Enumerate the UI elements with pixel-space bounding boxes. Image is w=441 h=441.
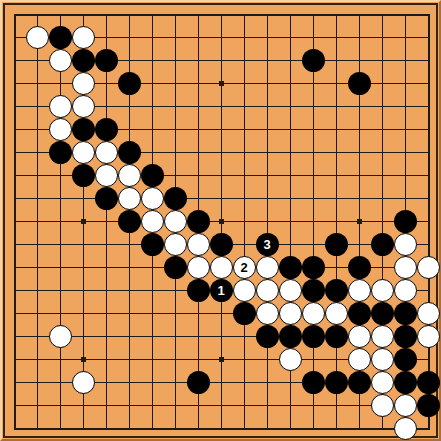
intersection-5-8[interactable]	[95, 164, 118, 187]
intersection-14-14[interactable]	[302, 302, 325, 325]
intersection-19-12[interactable]	[417, 256, 440, 279]
intersection-5-18[interactable]	[95, 394, 118, 417]
intersection-13-5[interactable]	[279, 95, 302, 118]
intersection-4-11[interactable]	[72, 233, 95, 256]
intersection-14-2[interactable]	[302, 26, 325, 49]
intersection-9-7[interactable]	[187, 141, 210, 164]
intersection-4-18[interactable]	[72, 394, 95, 417]
intersection-11-1[interactable]	[233, 3, 256, 26]
intersection-17-6[interactable]	[371, 118, 394, 141]
intersection-9-8[interactable]	[187, 164, 210, 187]
intersection-5-9[interactable]	[95, 187, 118, 210]
intersection-14-4[interactable]	[302, 72, 325, 95]
intersection-11-11[interactable]	[233, 233, 256, 256]
intersection-10-8[interactable]	[210, 164, 233, 187]
intersection-8-17[interactable]	[164, 371, 187, 394]
intersection-11-13[interactable]	[233, 279, 256, 302]
intersection-6-1[interactable]	[118, 3, 141, 26]
intersection-7-16[interactable]	[141, 348, 164, 371]
intersection-5-11[interactable]	[95, 233, 118, 256]
intersection-15-18[interactable]	[325, 394, 348, 417]
intersection-12-18[interactable]	[256, 394, 279, 417]
intersection-15-3[interactable]	[325, 49, 348, 72]
intersection-18-10[interactable]	[394, 210, 417, 233]
intersection-4-19[interactable]	[72, 417, 95, 440]
intersection-8-5[interactable]	[164, 95, 187, 118]
intersection-8-3[interactable]	[164, 49, 187, 72]
intersection-19-3[interactable]	[417, 49, 440, 72]
intersection-8-11[interactable]	[164, 233, 187, 256]
intersection-11-17[interactable]	[233, 371, 256, 394]
intersection-5-4[interactable]	[95, 72, 118, 95]
intersection-1-1[interactable]	[3, 3, 26, 26]
intersection-13-19[interactable]	[279, 417, 302, 440]
intersection-16-14[interactable]	[348, 302, 371, 325]
intersection-18-19[interactable]	[394, 417, 417, 440]
intersection-6-2[interactable]	[118, 26, 141, 49]
intersection-3-15[interactable]	[49, 325, 72, 348]
intersection-7-17[interactable]	[141, 371, 164, 394]
intersection-10-3[interactable]	[210, 49, 233, 72]
intersection-4-6[interactable]	[72, 118, 95, 141]
intersection-11-19[interactable]	[233, 417, 256, 440]
intersection-18-3[interactable]	[394, 49, 417, 72]
intersection-19-8[interactable]	[417, 164, 440, 187]
intersection-2-2[interactable]	[26, 26, 49, 49]
intersection-8-6[interactable]	[164, 118, 187, 141]
intersection-8-1[interactable]	[164, 3, 187, 26]
intersection-1-4[interactable]	[3, 72, 26, 95]
intersection-12-1[interactable]	[256, 3, 279, 26]
intersection-16-19[interactable]	[348, 417, 371, 440]
intersection-10-17[interactable]	[210, 371, 233, 394]
intersection-17-16[interactable]	[371, 348, 394, 371]
intersection-2-3[interactable]	[26, 49, 49, 72]
intersection-11-14[interactable]	[233, 302, 256, 325]
intersection-6-9[interactable]	[118, 187, 141, 210]
intersection-4-8[interactable]	[72, 164, 95, 187]
intersection-3-5[interactable]	[49, 95, 72, 118]
intersection-7-6[interactable]	[141, 118, 164, 141]
intersection-16-4[interactable]	[348, 72, 371, 95]
intersection-18-16[interactable]	[394, 348, 417, 371]
intersection-1-8[interactable]	[3, 164, 26, 187]
intersection-19-15[interactable]	[417, 325, 440, 348]
intersection-17-17[interactable]	[371, 371, 394, 394]
intersection-4-13[interactable]	[72, 279, 95, 302]
intersection-3-3[interactable]	[49, 49, 72, 72]
intersection-10-15[interactable]	[210, 325, 233, 348]
intersection-13-2[interactable]	[279, 26, 302, 49]
intersection-3-12[interactable]	[49, 256, 72, 279]
intersection-18-8[interactable]	[394, 164, 417, 187]
intersection-5-14[interactable]	[95, 302, 118, 325]
intersection-4-17[interactable]	[72, 371, 95, 394]
intersection-5-16[interactable]	[95, 348, 118, 371]
intersection-14-18[interactable]	[302, 394, 325, 417]
intersection-8-7[interactable]	[164, 141, 187, 164]
intersection-4-16[interactable]	[72, 348, 95, 371]
intersection-18-7[interactable]	[394, 141, 417, 164]
intersection-7-15[interactable]	[141, 325, 164, 348]
intersection-4-1[interactable]	[72, 3, 95, 26]
intersection-9-4[interactable]	[187, 72, 210, 95]
intersection-19-2[interactable]	[417, 26, 440, 49]
intersection-11-8[interactable]	[233, 164, 256, 187]
intersection-18-15[interactable]	[394, 325, 417, 348]
intersection-10-19[interactable]	[210, 417, 233, 440]
intersection-10-2[interactable]	[210, 26, 233, 49]
intersection-7-13[interactable]	[141, 279, 164, 302]
intersection-15-12[interactable]	[325, 256, 348, 279]
intersection-8-16[interactable]	[164, 348, 187, 371]
intersection-7-7[interactable]	[141, 141, 164, 164]
intersection-7-14[interactable]	[141, 302, 164, 325]
intersection-7-4[interactable]	[141, 72, 164, 95]
intersection-5-17[interactable]	[95, 371, 118, 394]
intersection-17-8[interactable]	[371, 164, 394, 187]
intersection-2-11[interactable]	[26, 233, 49, 256]
intersection-2-9[interactable]	[26, 187, 49, 210]
intersection-14-9[interactable]	[302, 187, 325, 210]
intersection-13-9[interactable]	[279, 187, 302, 210]
intersection-10-5[interactable]	[210, 95, 233, 118]
intersection-19-11[interactable]	[417, 233, 440, 256]
intersection-7-12[interactable]	[141, 256, 164, 279]
intersection-10-6[interactable]	[210, 118, 233, 141]
intersection-13-13[interactable]	[279, 279, 302, 302]
intersection-3-7[interactable]	[49, 141, 72, 164]
intersection-18-2[interactable]	[394, 26, 417, 49]
intersection-17-11[interactable]	[371, 233, 394, 256]
intersection-3-13[interactable]	[49, 279, 72, 302]
intersection-3-1[interactable]	[49, 3, 72, 26]
intersection-15-17[interactable]	[325, 371, 348, 394]
intersection-9-16[interactable]	[187, 348, 210, 371]
intersection-17-7[interactable]	[371, 141, 394, 164]
intersection-15-13[interactable]	[325, 279, 348, 302]
intersection-4-7[interactable]	[72, 141, 95, 164]
intersection-17-3[interactable]	[371, 49, 394, 72]
intersection-19-10[interactable]	[417, 210, 440, 233]
intersection-4-5[interactable]	[72, 95, 95, 118]
intersection-9-2[interactable]	[187, 26, 210, 49]
intersection-2-19[interactable]	[26, 417, 49, 440]
intersection-19-4[interactable]	[417, 72, 440, 95]
intersection-16-7[interactable]	[348, 141, 371, 164]
intersection-19-19[interactable]	[417, 417, 440, 440]
intersection-15-16[interactable]	[325, 348, 348, 371]
intersection-5-10[interactable]	[95, 210, 118, 233]
intersection-13-6[interactable]	[279, 118, 302, 141]
intersection-12-6[interactable]	[256, 118, 279, 141]
intersection-12-5[interactable]	[256, 95, 279, 118]
intersection-2-6[interactable]	[26, 118, 49, 141]
intersection-3-17[interactable]	[49, 371, 72, 394]
intersection-1-19[interactable]	[3, 417, 26, 440]
intersection-12-8[interactable]	[256, 164, 279, 187]
intersection-19-6[interactable]	[417, 118, 440, 141]
intersection-7-18[interactable]	[141, 394, 164, 417]
intersection-15-6[interactable]	[325, 118, 348, 141]
intersection-8-12[interactable]	[164, 256, 187, 279]
intersection-8-8[interactable]	[164, 164, 187, 187]
intersection-4-12[interactable]	[72, 256, 95, 279]
intersection-17-10[interactable]	[371, 210, 394, 233]
intersection-6-19[interactable]	[118, 417, 141, 440]
intersection-15-2[interactable]	[325, 26, 348, 49]
intersection-18-4[interactable]	[394, 72, 417, 95]
intersection-19-13[interactable]	[417, 279, 440, 302]
intersection-13-10[interactable]	[279, 210, 302, 233]
intersection-18-18[interactable]	[394, 394, 417, 417]
intersection-6-13[interactable]	[118, 279, 141, 302]
intersection-15-14[interactable]	[325, 302, 348, 325]
intersection-14-15[interactable]	[302, 325, 325, 348]
intersection-16-16[interactable]	[348, 348, 371, 371]
intersection-16-17[interactable]	[348, 371, 371, 394]
intersection-15-19[interactable]	[325, 417, 348, 440]
intersection-5-15[interactable]	[95, 325, 118, 348]
intersection-11-9[interactable]	[233, 187, 256, 210]
intersection-4-4[interactable]	[72, 72, 95, 95]
intersection-3-6[interactable]	[49, 118, 72, 141]
intersection-9-19[interactable]	[187, 417, 210, 440]
intersection-12-11[interactable]: 3	[256, 233, 279, 256]
intersection-3-19[interactable]	[49, 417, 72, 440]
intersection-9-9[interactable]	[187, 187, 210, 210]
intersection-16-10[interactable]	[348, 210, 371, 233]
intersection-14-3[interactable]	[302, 49, 325, 72]
intersection-2-10[interactable]	[26, 210, 49, 233]
intersection-14-19[interactable]	[302, 417, 325, 440]
intersection-16-18[interactable]	[348, 394, 371, 417]
intersection-11-18[interactable]	[233, 394, 256, 417]
intersection-9-14[interactable]	[187, 302, 210, 325]
intersection-19-1[interactable]	[417, 3, 440, 26]
intersection-10-9[interactable]	[210, 187, 233, 210]
intersection-11-6[interactable]	[233, 118, 256, 141]
intersection-16-13[interactable]	[348, 279, 371, 302]
intersection-11-7[interactable]	[233, 141, 256, 164]
intersection-12-3[interactable]	[256, 49, 279, 72]
intersection-2-5[interactable]	[26, 95, 49, 118]
intersection-7-11[interactable]	[141, 233, 164, 256]
intersection-13-12[interactable]	[279, 256, 302, 279]
intersection-19-17[interactable]	[417, 371, 440, 394]
intersection-6-8[interactable]	[118, 164, 141, 187]
intersection-5-19[interactable]	[95, 417, 118, 440]
intersection-13-16[interactable]	[279, 348, 302, 371]
intersection-16-12[interactable]	[348, 256, 371, 279]
intersection-7-19[interactable]	[141, 417, 164, 440]
intersection-18-17[interactable]	[394, 371, 417, 394]
intersection-4-14[interactable]	[72, 302, 95, 325]
intersection-9-17[interactable]	[187, 371, 210, 394]
intersection-12-17[interactable]	[256, 371, 279, 394]
intersection-6-11[interactable]	[118, 233, 141, 256]
intersection-3-8[interactable]	[49, 164, 72, 187]
intersection-1-18[interactable]	[3, 394, 26, 417]
intersection-7-3[interactable]	[141, 49, 164, 72]
intersection-17-2[interactable]	[371, 26, 394, 49]
intersection-9-3[interactable]	[187, 49, 210, 72]
intersection-1-7[interactable]	[3, 141, 26, 164]
intersection-8-15[interactable]	[164, 325, 187, 348]
intersection-12-16[interactable]	[256, 348, 279, 371]
intersection-3-18[interactable]	[49, 394, 72, 417]
intersection-4-3[interactable]	[72, 49, 95, 72]
intersection-1-9[interactable]	[3, 187, 26, 210]
intersection-5-1[interactable]	[95, 3, 118, 26]
intersection-9-11[interactable]	[187, 233, 210, 256]
intersection-4-9[interactable]	[72, 187, 95, 210]
intersection-10-11[interactable]	[210, 233, 233, 256]
intersection-6-15[interactable]	[118, 325, 141, 348]
intersection-17-9[interactable]	[371, 187, 394, 210]
intersection-1-17[interactable]	[3, 371, 26, 394]
intersection-8-19[interactable]	[164, 417, 187, 440]
intersection-15-4[interactable]	[325, 72, 348, 95]
intersection-6-10[interactable]	[118, 210, 141, 233]
intersection-9-12[interactable]	[187, 256, 210, 279]
intersection-12-10[interactable]	[256, 210, 279, 233]
intersection-18-13[interactable]	[394, 279, 417, 302]
intersection-18-12[interactable]	[394, 256, 417, 279]
intersection-12-7[interactable]	[256, 141, 279, 164]
intersection-7-2[interactable]	[141, 26, 164, 49]
intersection-2-8[interactable]	[26, 164, 49, 187]
intersection-2-18[interactable]	[26, 394, 49, 417]
intersection-5-7[interactable]	[95, 141, 118, 164]
intersection-19-9[interactable]	[417, 187, 440, 210]
intersection-3-14[interactable]	[49, 302, 72, 325]
intersection-18-1[interactable]	[394, 3, 417, 26]
intersection-16-3[interactable]	[348, 49, 371, 72]
intersection-2-17[interactable]	[26, 371, 49, 394]
intersection-12-4[interactable]	[256, 72, 279, 95]
intersection-14-5[interactable]	[302, 95, 325, 118]
intersection-19-14[interactable]	[417, 302, 440, 325]
intersection-12-13[interactable]	[256, 279, 279, 302]
intersection-5-2[interactable]	[95, 26, 118, 49]
intersection-10-12[interactable]	[210, 256, 233, 279]
intersection-12-19[interactable]	[256, 417, 279, 440]
intersection-2-13[interactable]	[26, 279, 49, 302]
intersection-4-2[interactable]	[72, 26, 95, 49]
intersection-5-12[interactable]	[95, 256, 118, 279]
intersection-6-5[interactable]	[118, 95, 141, 118]
intersection-9-5[interactable]	[187, 95, 210, 118]
intersection-10-14[interactable]	[210, 302, 233, 325]
intersection-1-12[interactable]	[3, 256, 26, 279]
intersection-17-18[interactable]	[371, 394, 394, 417]
intersection-2-1[interactable]	[26, 3, 49, 26]
intersection-15-10[interactable]	[325, 210, 348, 233]
intersection-11-3[interactable]	[233, 49, 256, 72]
intersection-8-13[interactable]	[164, 279, 187, 302]
intersection-18-6[interactable]	[394, 118, 417, 141]
intersection-9-1[interactable]	[187, 3, 210, 26]
intersection-6-6[interactable]	[118, 118, 141, 141]
intersection-18-11[interactable]	[394, 233, 417, 256]
intersection-13-4[interactable]	[279, 72, 302, 95]
intersection-10-13[interactable]: 1	[210, 279, 233, 302]
intersection-15-8[interactable]	[325, 164, 348, 187]
intersection-5-5[interactable]	[95, 95, 118, 118]
intersection-10-10[interactable]	[210, 210, 233, 233]
intersection-6-14[interactable]	[118, 302, 141, 325]
intersection-8-4[interactable]	[164, 72, 187, 95]
intersection-14-13[interactable]	[302, 279, 325, 302]
intersection-14-16[interactable]	[302, 348, 325, 371]
intersection-15-5[interactable]	[325, 95, 348, 118]
intersection-3-2[interactable]	[49, 26, 72, 49]
intersection-12-12[interactable]	[256, 256, 279, 279]
intersection-1-13[interactable]	[3, 279, 26, 302]
intersection-13-3[interactable]	[279, 49, 302, 72]
intersection-2-12[interactable]	[26, 256, 49, 279]
intersection-17-19[interactable]	[371, 417, 394, 440]
intersection-6-12[interactable]	[118, 256, 141, 279]
intersection-18-14[interactable]	[394, 302, 417, 325]
intersection-15-15[interactable]	[325, 325, 348, 348]
intersection-7-9[interactable]	[141, 187, 164, 210]
intersection-9-10[interactable]	[187, 210, 210, 233]
intersection-11-10[interactable]	[233, 210, 256, 233]
intersection-13-17[interactable]	[279, 371, 302, 394]
intersection-19-18[interactable]	[417, 394, 440, 417]
intersection-16-6[interactable]	[348, 118, 371, 141]
intersection-8-9[interactable]	[164, 187, 187, 210]
intersection-11-12[interactable]: 2	[233, 256, 256, 279]
intersection-1-15[interactable]	[3, 325, 26, 348]
intersection-13-15[interactable]	[279, 325, 302, 348]
intersection-10-18[interactable]	[210, 394, 233, 417]
intersection-12-9[interactable]	[256, 187, 279, 210]
intersection-12-2[interactable]	[256, 26, 279, 49]
intersection-1-10[interactable]	[3, 210, 26, 233]
intersection-13-8[interactable]	[279, 164, 302, 187]
intersection-18-9[interactable]	[394, 187, 417, 210]
intersection-17-13[interactable]	[371, 279, 394, 302]
intersection-6-18[interactable]	[118, 394, 141, 417]
intersection-7-5[interactable]	[141, 95, 164, 118]
intersection-19-7[interactable]	[417, 141, 440, 164]
intersection-10-1[interactable]	[210, 3, 233, 26]
intersection-7-8[interactable]	[141, 164, 164, 187]
intersection-11-4[interactable]	[233, 72, 256, 95]
intersection-3-4[interactable]	[49, 72, 72, 95]
intersection-15-11[interactable]	[325, 233, 348, 256]
intersection-8-14[interactable]	[164, 302, 187, 325]
intersection-1-6[interactable]	[3, 118, 26, 141]
intersection-5-13[interactable]	[95, 279, 118, 302]
intersection-2-16[interactable]	[26, 348, 49, 371]
intersection-17-12[interactable]	[371, 256, 394, 279]
intersection-18-5[interactable]	[394, 95, 417, 118]
intersection-6-17[interactable]	[118, 371, 141, 394]
intersection-16-9[interactable]	[348, 187, 371, 210]
intersection-3-10[interactable]	[49, 210, 72, 233]
intersection-1-14[interactable]	[3, 302, 26, 325]
intersection-14-12[interactable]	[302, 256, 325, 279]
intersection-13-7[interactable]	[279, 141, 302, 164]
intersection-15-9[interactable]	[325, 187, 348, 210]
intersection-12-15[interactable]	[256, 325, 279, 348]
intersection-2-7[interactable]	[26, 141, 49, 164]
intersection-9-13[interactable]	[187, 279, 210, 302]
